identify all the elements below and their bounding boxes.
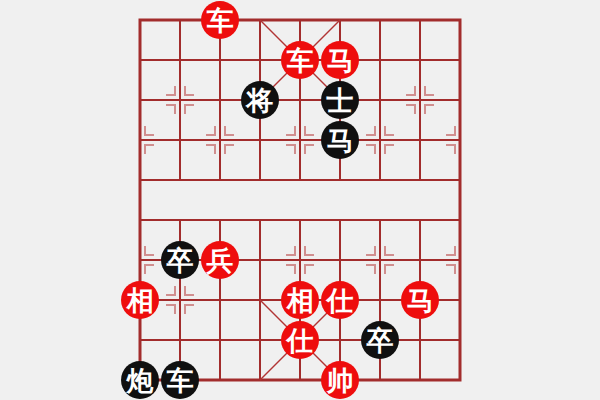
red-elephant-piece[interactable]: 相 xyxy=(121,281,159,319)
black-chariot-piece[interactable]: 车 xyxy=(161,361,199,399)
red-general-piece[interactable]: 帅 xyxy=(321,361,359,399)
black-advisor-piece[interactable]: 士 xyxy=(321,81,359,119)
red-soldier-piece[interactable]: 兵 xyxy=(201,241,239,279)
black-soldier-piece[interactable]: 卒 xyxy=(361,321,399,359)
black-horse-piece[interactable]: 马 xyxy=(321,121,359,159)
xiangqi-board: 车车马将士马卒兵相相仕马仕卒炮车帅 xyxy=(0,0,600,400)
red-chariot-piece[interactable]: 车 xyxy=(281,41,319,79)
black-cannon-piece[interactable]: 炮 xyxy=(121,361,159,399)
red-horse-piece[interactable]: 马 xyxy=(401,281,439,319)
red-elephant-piece[interactable]: 相 xyxy=(281,281,319,319)
red-horse-piece[interactable]: 马 xyxy=(321,41,359,79)
black-soldier-piece[interactable]: 卒 xyxy=(161,241,199,279)
red-advisor-piece[interactable]: 仕 xyxy=(281,321,319,359)
red-advisor-piece[interactable]: 仕 xyxy=(321,281,359,319)
black-general-piece[interactable]: 将 xyxy=(241,81,279,119)
board-points-grid: 车车马将士马卒兵相相仕马仕卒炮车帅 xyxy=(120,0,480,400)
red-chariot-piece[interactable]: 车 xyxy=(201,1,239,39)
